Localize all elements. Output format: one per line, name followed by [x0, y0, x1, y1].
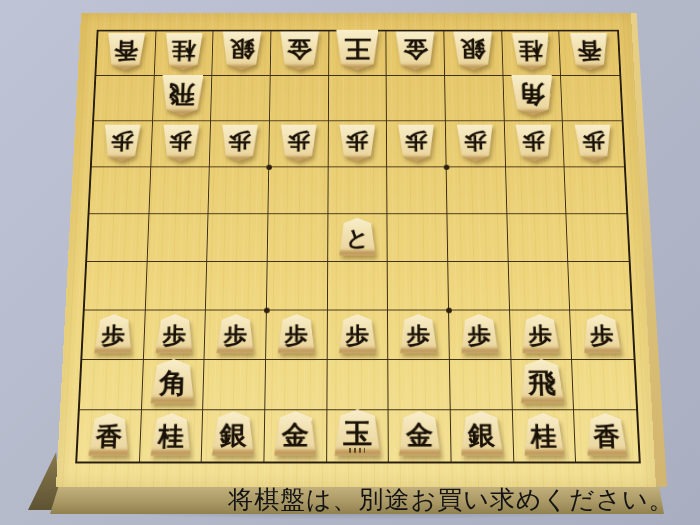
piece-sente-pawn[interactable]: 歩 [400, 314, 437, 353]
piece-face: 香 [586, 413, 628, 456]
piece-kanji: 桂 [171, 35, 196, 64]
square-3e[interactable] [447, 214, 508, 262]
caption-text: 将棋盤は、別途お買い求めください。 [228, 486, 675, 514]
square-4b[interactable] [387, 76, 446, 121]
square-6c[interactable]: 歩 [269, 121, 328, 167]
piece-sente-knight[interactable]: 桂 [523, 413, 564, 456]
square-5e[interactable]: と [328, 214, 388, 262]
piece-gote-pawn[interactable]: 歩 [162, 125, 199, 161]
square-2c[interactable]: 歩 [504, 121, 564, 167]
piece-face: 桂 [512, 33, 550, 70]
piece-gote-knight[interactable]: 桂 [512, 33, 550, 70]
star-point [264, 308, 270, 314]
piece-kanji: 香 [113, 35, 138, 64]
piece-sente-lance[interactable]: 香 [586, 413, 628, 456]
piece-kanji: 飛 [169, 77, 196, 109]
piece-kanji: 金 [403, 34, 428, 64]
piece-face: 銀 [222, 31, 262, 70]
square-5d[interactable] [328, 167, 388, 214]
square-2e[interactable] [507, 214, 569, 262]
square-2a[interactable]: 桂 [502, 31, 561, 76]
piece-face: 歩 [339, 314, 376, 353]
square-3g[interactable]: 歩 [449, 310, 511, 359]
piece-face: 角 [151, 359, 196, 404]
square-8c[interactable]: 歩 [151, 121, 211, 167]
square-1b[interactable] [561, 76, 621, 121]
piece-face: 香 [570, 33, 609, 70]
square-3d[interactable] [447, 167, 507, 214]
square-4c[interactable]: 歩 [387, 121, 446, 167]
piece-sente-knight[interactable]: 桂 [151, 413, 192, 456]
piece-kanji: 銀 [219, 418, 247, 453]
square-1d[interactable] [565, 167, 626, 214]
piece-gote-bishop[interactable]: 角 [511, 75, 553, 115]
square-2h[interactable]: 飛 [511, 360, 574, 410]
maker-signature-mark [350, 448, 366, 453]
piece-face: 銀 [212, 411, 255, 455]
piece-kanji: 歩 [287, 127, 310, 155]
piece-sente-silver[interactable]: 銀 [212, 411, 255, 455]
square-7e[interactable] [207, 214, 268, 262]
piece-gote-pawn[interactable]: 歩 [103, 125, 140, 161]
square-9b[interactable] [94, 76, 154, 121]
piece-face: 歩 [457, 125, 494, 161]
square-8i[interactable]: 桂 [140, 410, 204, 461]
square-8e[interactable] [147, 214, 208, 262]
square-5c[interactable]: 歩 [328, 121, 387, 167]
piece-kanji: 香 [577, 35, 602, 64]
square-2d[interactable] [506, 167, 567, 214]
square-3b[interactable] [445, 76, 504, 121]
piece-sente-pawn[interactable]: 歩 [583, 314, 622, 353]
piece-face: 金 [274, 411, 316, 455]
star-point [266, 165, 272, 170]
square-5h[interactable] [327, 360, 389, 410]
square-6g[interactable]: 歩 [266, 310, 328, 359]
piece-sente-silver[interactable]: 銀 [460, 411, 503, 455]
piece-kanji: 銀 [229, 34, 255, 64]
piece-gote-gold[interactable]: 金 [396, 31, 435, 70]
square-4i[interactable]: 金 [389, 410, 452, 461]
piece-gote-knight[interactable]: 桂 [165, 33, 203, 70]
piece-gote-pawn[interactable]: 歩 [575, 125, 612, 161]
piece-sente-king[interactable]: 玉 [335, 409, 381, 455]
piece-kanji: 歩 [228, 127, 251, 155]
square-1g[interactable]: 歩 [570, 310, 633, 359]
square-3f[interactable] [448, 262, 510, 311]
square-6b[interactable] [270, 76, 329, 121]
piece-kanji: 歩 [590, 321, 615, 351]
piece-kanji: 歩 [467, 321, 491, 351]
square-7g[interactable]: 歩 [205, 310, 267, 359]
square-5a[interactable]: 王 [329, 31, 387, 76]
piece-kanji: 飛 [528, 365, 557, 401]
piece-face: 金 [396, 31, 435, 70]
piece-kanji: 歩 [169, 127, 192, 155]
piece-gote-pawn[interactable]: 歩 [280, 125, 316, 161]
piece-kanji: 歩 [346, 127, 369, 155]
piece-kanji: 香 [95, 419, 122, 453]
piece-kanji: 金 [287, 34, 312, 64]
piece-kanji: 歩 [285, 321, 309, 351]
square-4a[interactable]: 金 [387, 31, 445, 76]
piece-sente-lance[interactable]: 香 [88, 413, 129, 456]
piece-sente-bishop[interactable]: 角 [151, 359, 196, 404]
square-8b[interactable]: 飛 [153, 76, 213, 121]
square-1i[interactable]: 香 [574, 410, 638, 461]
piece-face: 桂 [165, 33, 203, 70]
square-5g[interactable]: 歩 [327, 310, 388, 359]
square-8g[interactable]: 歩 [144, 310, 207, 359]
square-9f[interactable] [85, 262, 148, 311]
piece-face: 歩 [278, 314, 315, 353]
piece-sente-tokin[interactable]: と [339, 218, 375, 256]
piece-face: 金 [280, 31, 319, 70]
piece-kanji: 金 [406, 418, 433, 453]
piece-face: 銀 [453, 31, 493, 70]
square-1e[interactable] [567, 214, 629, 262]
square-2i[interactable]: 桂 [513, 410, 577, 461]
square-9e[interactable] [87, 214, 149, 262]
piece-kanji: 歩 [522, 127, 545, 155]
piece-kanji: 歩 [101, 321, 126, 351]
piece-sente-pawn[interactable]: 歩 [217, 314, 255, 353]
piece-face: 歩 [217, 314, 255, 353]
piece-face: 歩 [155, 314, 193, 353]
piece-gote-lance[interactable]: 香 [570, 33, 609, 70]
piece-kanji: 銀 [468, 418, 496, 453]
piece-kanji: 香 [593, 419, 620, 453]
piece-face: 香 [88, 413, 129, 456]
square-6e[interactable] [268, 214, 328, 262]
piece-face: 歩 [221, 125, 257, 161]
square-1f[interactable] [569, 262, 632, 311]
square-7a[interactable]: 銀 [213, 31, 272, 76]
square-6i[interactable]: 金 [264, 410, 327, 461]
piece-gote-silver[interactable]: 銀 [453, 31, 493, 70]
piece-face: 歩 [103, 125, 140, 161]
square-6f[interactable] [267, 262, 328, 311]
piece-face: 飛 [161, 75, 203, 115]
piece-gote-gold[interactable]: 金 [280, 31, 319, 70]
piece-kanji: 角 [159, 365, 188, 401]
square-2b[interactable]: 角 [503, 76, 563, 121]
piece-kanji: 金 [282, 418, 309, 453]
piece-kanji: 桂 [158, 419, 185, 453]
piece-kanji: 歩 [405, 127, 428, 155]
square-2g[interactable]: 歩 [510, 310, 573, 359]
piece-sente-pawn[interactable]: 歩 [94, 314, 133, 353]
piece-face: 角 [511, 75, 553, 115]
square-9i[interactable]: 香 [77, 410, 141, 461]
piece-sente-pawn[interactable]: 歩 [339, 314, 376, 353]
piece-face: 飛 [520, 359, 565, 404]
square-8h[interactable]: 角 [142, 360, 205, 410]
piece-gote-pawn[interactable]: 歩 [457, 125, 494, 161]
piece-face: 銀 [460, 411, 503, 455]
square-3a[interactable]: 銀 [444, 31, 503, 76]
piece-kanji: 角 [519, 77, 546, 109]
piece-gote-pawn[interactable]: 歩 [339, 125, 375, 161]
square-1h[interactable] [572, 360, 636, 410]
piece-face: 王 [336, 30, 379, 70]
square-5i[interactable]: 玉 [327, 410, 389, 461]
square-8a[interactable]: 桂 [154, 31, 213, 76]
square-2f[interactable] [508, 262, 570, 311]
piece-kanji: 桂 [530, 419, 557, 453]
square-9h[interactable] [80, 360, 144, 410]
square-7c[interactable]: 歩 [210, 121, 270, 167]
piece-sente-pawn[interactable]: 歩 [461, 314, 499, 353]
piece-kanji: 歩 [223, 321, 247, 351]
square-5f[interactable] [328, 262, 389, 311]
piece-sente-gold[interactable]: 金 [399, 411, 441, 455]
piece-face: 歩 [583, 314, 622, 353]
piece-gote-rook[interactable]: 飛 [161, 75, 203, 115]
piece-face: 歩 [398, 125, 434, 161]
piece-face: 金 [399, 411, 441, 455]
square-7d[interactable] [209, 167, 269, 214]
square-6d[interactable] [268, 167, 328, 214]
piece-sente-pawn[interactable]: 歩 [278, 314, 315, 353]
square-9c[interactable]: 歩 [92, 121, 153, 167]
piece-gote-lance[interactable]: 香 [107, 33, 146, 70]
piece-sente-pawn[interactable]: 歩 [521, 314, 559, 353]
piece-kanji: 歩 [407, 321, 431, 351]
piece-kanji: 歩 [528, 321, 552, 351]
piece-face: 桂 [523, 413, 564, 456]
square-5b[interactable] [329, 76, 388, 121]
piece-kanji: 王 [344, 31, 371, 65]
square-4e[interactable] [388, 214, 448, 262]
square-9a[interactable]: 香 [96, 31, 156, 76]
piece-face: と [339, 218, 375, 256]
square-4f[interactable] [388, 262, 449, 311]
square-4g[interactable]: 歩 [388, 310, 450, 359]
square-4h[interactable] [389, 360, 451, 410]
piece-kanji: 歩 [464, 127, 487, 155]
piece-kanji: 銀 [460, 34, 486, 64]
piece-gote-pawn[interactable]: 歩 [516, 125, 553, 161]
square-8d[interactable] [149, 167, 210, 214]
board-grid: 香桂銀金王金銀桂香飛角歩歩歩歩歩歩歩歩歩と歩歩歩歩歩歩歩歩歩角飛香桂銀金玉金銀桂… [75, 30, 641, 464]
square-9d[interactable] [89, 167, 150, 214]
star-point [446, 308, 452, 314]
piece-gote-silver[interactable]: 銀 [222, 31, 262, 70]
piece-face: 歩 [461, 314, 499, 353]
piece-face: 歩 [521, 314, 559, 353]
piece-kanji: 歩 [162, 321, 186, 351]
piece-kanji: 歩 [346, 321, 369, 351]
piece-kanji: と [346, 224, 370, 253]
piece-gote-pawn[interactable]: 歩 [221, 125, 257, 161]
piece-sente-rook[interactable]: 飛 [520, 359, 565, 404]
shogi-board: 香桂銀金王金銀桂香飛角歩歩歩歩歩歩歩歩歩と歩歩歩歩歩歩歩歩歩角飛香桂銀金玉金銀桂… [56, 13, 656, 487]
square-7f[interactable] [206, 262, 268, 311]
square-1a[interactable]: 香 [560, 31, 620, 76]
square-8f[interactable] [145, 262, 207, 311]
piece-sente-pawn[interactable]: 歩 [155, 314, 193, 353]
piece-gote-king[interactable]: 王 [336, 30, 379, 70]
square-1c[interactable]: 歩 [563, 121, 624, 167]
piece-sente-gold[interactable]: 金 [274, 411, 316, 455]
piece-face: 歩 [516, 125, 553, 161]
piece-kanji: 歩 [110, 127, 134, 155]
square-3i[interactable]: 銀 [451, 410, 514, 461]
square-6h[interactable] [265, 360, 327, 410]
square-7b[interactable] [211, 76, 270, 121]
piece-face: 香 [107, 33, 146, 70]
piece-face: 歩 [162, 125, 199, 161]
square-3c[interactable]: 歩 [446, 121, 506, 167]
piece-face: 歩 [400, 314, 437, 353]
piece-face: 歩 [339, 125, 375, 161]
square-7i[interactable]: 銀 [202, 410, 265, 461]
square-9g[interactable]: 歩 [82, 310, 145, 359]
square-3h[interactable] [450, 360, 513, 410]
photo-scene: 香桂銀金王金銀桂香飛角歩歩歩歩歩歩歩歩歩と歩歩歩歩歩歩歩歩歩角飛香桂銀金玉金銀桂… [0, 0, 700, 525]
square-4d[interactable] [387, 167, 447, 214]
piece-face: 歩 [94, 314, 133, 353]
square-7h[interactable] [203, 360, 266, 410]
piece-kanji: 桂 [518, 35, 543, 64]
piece-gote-pawn[interactable]: 歩 [398, 125, 434, 161]
piece-face: 歩 [280, 125, 316, 161]
square-6a[interactable]: 金 [271, 31, 329, 76]
star-point [444, 165, 450, 170]
piece-face: 歩 [575, 125, 612, 161]
piece-face: 桂 [151, 413, 192, 456]
piece-kanji: 歩 [581, 127, 605, 155]
